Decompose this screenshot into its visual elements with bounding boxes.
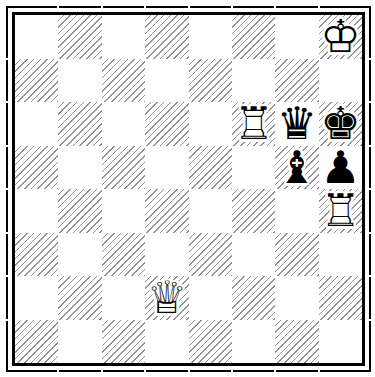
square-b3[interactable] bbox=[58, 233, 101, 277]
square-e1[interactable] bbox=[189, 320, 232, 364]
square-d5[interactable] bbox=[145, 146, 188, 190]
border-tick bbox=[6, 101, 8, 103]
square-e7[interactable] bbox=[189, 59, 232, 103]
square-a1[interactable] bbox=[15, 320, 58, 364]
square-f3[interactable] bbox=[232, 233, 275, 277]
square-c2[interactable] bbox=[102, 276, 145, 320]
square-g1[interactable] bbox=[275, 320, 318, 364]
piece-glyph: ♕ bbox=[145, 276, 188, 320]
piece-glyph: ♟ bbox=[319, 146, 362, 190]
square-h1[interactable] bbox=[319, 320, 362, 364]
white-queen-piece[interactable]: ♛♕ bbox=[145, 276, 188, 320]
border-tick bbox=[318, 370, 320, 372]
board-frame: ♚♔♜♖♛♛♚♚♝♝♟♟♜♖♛♕ bbox=[6, 6, 371, 372]
border-tick bbox=[369, 188, 371, 190]
piece-glyph: ♖ bbox=[232, 102, 275, 146]
square-a8[interactable] bbox=[15, 15, 58, 59]
square-e4[interactable] bbox=[189, 189, 232, 233]
square-c6[interactable] bbox=[102, 102, 145, 146]
square-g6[interactable]: ♛♛ bbox=[275, 102, 318, 146]
border-tick bbox=[274, 6, 276, 8]
white-king-piece[interactable]: ♚♔ bbox=[319, 15, 362, 59]
border-tick bbox=[369, 275, 371, 277]
square-b5[interactable] bbox=[58, 146, 101, 190]
square-b4[interactable] bbox=[58, 189, 101, 233]
square-d7[interactable] bbox=[145, 59, 188, 103]
black-king-piece[interactable]: ♚♚ bbox=[319, 102, 362, 146]
square-d3[interactable] bbox=[145, 233, 188, 277]
border-tick bbox=[101, 6, 103, 8]
square-h3[interactable] bbox=[319, 233, 362, 277]
border-tick bbox=[369, 232, 371, 234]
square-f1[interactable] bbox=[232, 320, 275, 364]
square-d8[interactable] bbox=[145, 15, 188, 59]
border-tick bbox=[318, 6, 320, 8]
square-d1[interactable] bbox=[145, 320, 188, 364]
square-b6[interactable] bbox=[58, 102, 101, 146]
square-h4[interactable]: ♜♖ bbox=[319, 189, 362, 233]
piece-glyph: ♝ bbox=[275, 146, 318, 190]
black-pawn-piece[interactable]: ♟♟ bbox=[319, 146, 362, 190]
border-tick bbox=[101, 370, 103, 372]
border-tick bbox=[231, 370, 233, 372]
border-tick bbox=[57, 6, 59, 8]
white-rook-piece[interactable]: ♜♖ bbox=[319, 189, 362, 233]
square-h2[interactable] bbox=[319, 276, 362, 320]
square-g3[interactable] bbox=[275, 233, 318, 277]
border-tick bbox=[369, 58, 371, 60]
square-g8[interactable] bbox=[275, 15, 318, 59]
square-g2[interactable] bbox=[275, 276, 318, 320]
border-tick bbox=[369, 101, 371, 103]
border-tick bbox=[6, 145, 8, 147]
square-d2[interactable]: ♛♕ bbox=[145, 276, 188, 320]
square-b2[interactable] bbox=[58, 276, 101, 320]
square-f6[interactable]: ♜♖ bbox=[232, 102, 275, 146]
square-c4[interactable] bbox=[102, 189, 145, 233]
square-a3[interactable] bbox=[15, 233, 58, 277]
square-c5[interactable] bbox=[102, 146, 145, 190]
square-e2[interactable] bbox=[189, 276, 232, 320]
border-tick bbox=[144, 370, 146, 372]
square-h5[interactable]: ♟♟ bbox=[319, 146, 362, 190]
black-queen-piece[interactable]: ♛♛ bbox=[275, 102, 318, 146]
border-tick bbox=[6, 319, 8, 321]
square-b1[interactable] bbox=[58, 320, 101, 364]
square-f7[interactable] bbox=[232, 59, 275, 103]
border-tick bbox=[144, 6, 146, 8]
piece-glyph: ♚ bbox=[319, 102, 362, 146]
square-g5[interactable]: ♝♝ bbox=[275, 146, 318, 190]
square-a5[interactable] bbox=[15, 146, 58, 190]
border-tick bbox=[57, 370, 59, 372]
square-a4[interactable] bbox=[15, 189, 58, 233]
square-e5[interactable] bbox=[189, 146, 232, 190]
square-h7[interactable] bbox=[319, 59, 362, 103]
border-tick bbox=[6, 58, 8, 60]
border-tick bbox=[369, 319, 371, 321]
square-f4[interactable] bbox=[232, 189, 275, 233]
square-e8[interactable] bbox=[189, 15, 232, 59]
border-tick bbox=[6, 275, 8, 277]
square-b8[interactable] bbox=[58, 15, 101, 59]
square-a7[interactable] bbox=[15, 59, 58, 103]
square-c7[interactable] bbox=[102, 59, 145, 103]
square-d4[interactable] bbox=[145, 189, 188, 233]
square-h6[interactable]: ♚♚ bbox=[319, 102, 362, 146]
square-c8[interactable] bbox=[102, 15, 145, 59]
piece-glyph: ♛ bbox=[275, 102, 318, 146]
square-a6[interactable] bbox=[15, 102, 58, 146]
piece-glyph: ♖ bbox=[319, 189, 362, 233]
square-f8[interactable] bbox=[232, 15, 275, 59]
square-c3[interactable] bbox=[102, 233, 145, 277]
piece-glyph: ♔ bbox=[319, 15, 362, 59]
black-bishop-piece[interactable]: ♝♝ bbox=[275, 146, 318, 190]
border-tick bbox=[274, 370, 276, 372]
square-f5[interactable] bbox=[232, 146, 275, 190]
square-d6[interactable] bbox=[145, 102, 188, 146]
border-tick bbox=[6, 188, 8, 190]
white-rook-piece[interactable]: ♜♖ bbox=[232, 102, 275, 146]
border-tick bbox=[188, 370, 190, 372]
square-e3[interactable] bbox=[189, 233, 232, 277]
square-h8[interactable]: ♚♔ bbox=[319, 15, 362, 59]
square-g4[interactable] bbox=[275, 189, 318, 233]
border-tick bbox=[369, 145, 371, 147]
square-f2[interactable] bbox=[232, 276, 275, 320]
square-g7[interactable] bbox=[275, 59, 318, 103]
chess-board: ♚♔♜♖♛♛♚♚♝♝♟♟♜♖♛♕ bbox=[15, 15, 362, 363]
border-tick bbox=[188, 6, 190, 8]
square-c1[interactable] bbox=[102, 320, 145, 364]
border-tick bbox=[6, 232, 8, 234]
border-tick bbox=[231, 6, 233, 8]
square-a2[interactable] bbox=[15, 276, 58, 320]
square-b7[interactable] bbox=[58, 59, 101, 103]
square-e6[interactable] bbox=[189, 102, 232, 146]
chess-diagram: ♚♔♜♖♛♛♚♚♝♝♟♟♜♖♛♕ bbox=[0, 0, 375, 377]
